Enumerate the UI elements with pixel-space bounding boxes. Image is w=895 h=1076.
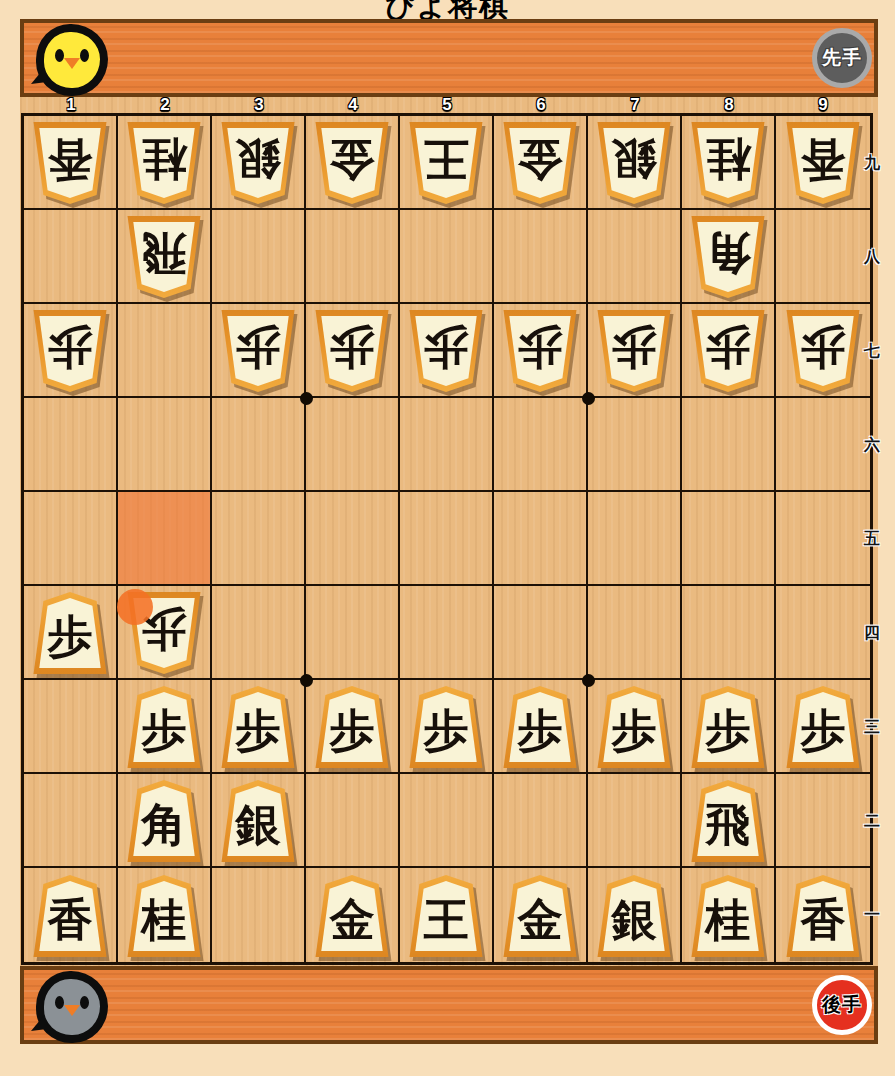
piece-kanji: 歩 (424, 702, 469, 753)
file-label: 9 (818, 95, 827, 115)
board-square[interactable] (400, 492, 494, 586)
piece-kanji: 歩 (236, 326, 281, 377)
piece-kanji: 王 (424, 891, 469, 942)
hoshi-point (582, 674, 595, 687)
shogi-piece-top[interactable]: 桂 (126, 122, 202, 204)
shogi-piece-top[interactable]: 香 (785, 122, 861, 204)
piece-kanji: 歩 (330, 702, 375, 753)
board-square[interactable]: 香 (776, 116, 870, 210)
file-labels: 123456789 (20, 97, 878, 113)
last-move-marker (117, 589, 153, 625)
piece-kanji: 歩 (48, 608, 93, 659)
board-square[interactable]: 角 (118, 774, 212, 868)
board-square[interactable] (212, 586, 306, 680)
hoshi-point (300, 674, 313, 687)
board-square[interactable]: 金 (494, 116, 588, 210)
rank-label: 六 (861, 435, 883, 456)
shogi-piece-bottom[interactable]: 角 (126, 780, 202, 862)
shogi-piece-bottom[interactable]: 銀 (220, 780, 296, 862)
app-title: ぴよ将棋 (385, 0, 510, 19)
piece-kanji: 歩 (142, 702, 187, 753)
board-square[interactable] (776, 586, 870, 680)
shogi-piece-top[interactable]: 王 (408, 122, 484, 204)
piece-kanji: 金 (518, 891, 563, 942)
board-square[interactable]: 銀 (212, 774, 306, 868)
gray-chick-avatar-icon (36, 971, 108, 1043)
board-square[interactable]: 歩 (24, 304, 118, 398)
board-square[interactable] (682, 586, 776, 680)
piece-kanji: 銀 (236, 138, 281, 189)
rank-label: 五 (861, 529, 883, 550)
board-square[interactable]: 王 (400, 116, 494, 210)
piece-kanji: 歩 (518, 702, 563, 753)
shogi-piece-bottom[interactable]: 香 (785, 875, 861, 957)
shogi-piece-bottom[interactable]: 金 (502, 875, 578, 957)
chick-eye (55, 996, 64, 1009)
board-square[interactable] (24, 680, 118, 774)
board-square[interactable]: 歩 (24, 586, 118, 680)
board-square[interactable]: 歩 (588, 304, 682, 398)
board-square[interactable] (306, 774, 400, 868)
piece-kanji: 飛 (706, 796, 751, 847)
board-square[interactable]: 桂 (118, 868, 212, 962)
file-label: 3 (254, 95, 263, 115)
board-square[interactable] (588, 774, 682, 868)
board-square[interactable]: 銀 (212, 116, 306, 210)
board-square[interactable]: 角 (682, 210, 776, 304)
shogi-piece-bottom[interactable]: 歩 (408, 686, 484, 768)
board-square[interactable] (588, 492, 682, 586)
board-square[interactable] (682, 398, 776, 492)
piece-kanji: 金 (330, 891, 375, 942)
chick-eye (80, 996, 89, 1009)
board-square[interactable] (776, 210, 870, 304)
file-label: 5 (442, 95, 451, 115)
board-square[interactable]: 歩 (494, 680, 588, 774)
board-square[interactable]: 歩 (306, 680, 400, 774)
piece-kanji: 歩 (612, 326, 657, 377)
shogi-piece-bottom[interactable]: 歩 (785, 686, 861, 768)
piece-kanji: 歩 (801, 702, 846, 753)
board-square[interactable] (776, 398, 870, 492)
board-square[interactable]: 桂 (682, 868, 776, 962)
board-square[interactable] (400, 210, 494, 304)
piece-kanji: 歩 (48, 326, 93, 377)
shogi-piece-top[interactable]: 歩 (314, 310, 390, 392)
piece-kanji: 香 (801, 138, 846, 189)
rank-label: 三 (861, 717, 883, 738)
app-title-strip: ぴよ将棋 (0, 0, 895, 19)
board-square[interactable]: 歩 (212, 680, 306, 774)
piece-kanji: 香 (48, 891, 93, 942)
piece-kanji: 歩 (706, 326, 751, 377)
shogi-piece-top[interactable]: 金 (502, 122, 578, 204)
shogi-piece-bottom[interactable]: 歩 (690, 686, 766, 768)
piece-kanji: 歩 (424, 326, 469, 377)
board-square[interactable]: 香 (24, 868, 118, 962)
board-square[interactable]: 歩 (306, 304, 400, 398)
shogi-piece-bottom[interactable]: 金 (314, 875, 390, 957)
hoshi-point (582, 392, 595, 405)
piece-kanji: 歩 (236, 702, 281, 753)
shogi-piece-bottom[interactable]: 桂 (126, 875, 202, 957)
sente-badge: 先手 (812, 28, 872, 88)
piece-kanji: 歩 (518, 326, 563, 377)
shogi-board: 123456789 香桂銀金王金銀桂香飛角歩歩歩歩歩歩歩歩歩歩歩歩歩歩歩歩歩歩角… (20, 97, 878, 966)
piece-kanji: 桂 (706, 891, 751, 942)
piece-kanji: 歩 (612, 702, 657, 753)
board-square[interactable] (776, 774, 870, 868)
board-square[interactable] (118, 492, 212, 586)
gote-badge: 後手 (812, 975, 872, 1035)
board-square[interactable]: 銀 (588, 868, 682, 962)
board-square[interactable]: 王 (400, 868, 494, 962)
top-player-bar: 先手 (20, 19, 878, 97)
board-square[interactable]: 歩 (400, 680, 494, 774)
file-label: 2 (160, 95, 169, 115)
board-square[interactable]: 歩 (682, 304, 776, 398)
chick-beak-icon (64, 58, 80, 69)
piece-kanji: 銀 (612, 138, 657, 189)
shogi-piece-top[interactable]: 桂 (690, 122, 766, 204)
board-square[interactable] (494, 210, 588, 304)
piece-kanji: 桂 (706, 138, 751, 189)
board-square[interactable]: 歩 (400, 304, 494, 398)
shogi-piece-top[interactable]: 歩 (785, 310, 861, 392)
board-square[interactable] (24, 774, 118, 868)
board-square[interactable]: 金 (494, 868, 588, 962)
board-square[interactable]: 桂 (118, 116, 212, 210)
shogi-piece-top[interactable]: 歩 (32, 310, 108, 392)
shogi-piece-bottom[interactable]: 銀 (596, 875, 672, 957)
chick-eye (80, 49, 89, 62)
piece-kanji: 王 (424, 138, 469, 189)
piece-kanji: 銀 (236, 796, 281, 847)
board-square[interactable] (118, 304, 212, 398)
board-square[interactable] (494, 774, 588, 868)
shogi-piece-top[interactable]: 銀 (596, 122, 672, 204)
board-square[interactable] (400, 586, 494, 680)
board-grid: 香桂銀金王金銀桂香飛角歩歩歩歩歩歩歩歩歩歩歩歩歩歩歩歩歩歩角銀飛香桂金王金銀桂香 (21, 113, 873, 965)
shogi-piece-bottom[interactable]: 歩 (502, 686, 578, 768)
file-label: 6 (536, 95, 545, 115)
board-square[interactable] (212, 492, 306, 586)
rank-label: 九 (861, 153, 883, 174)
board-square[interactable] (588, 398, 682, 492)
piece-kanji: 桂 (142, 891, 187, 942)
shogi-piece-top[interactable]: 歩 (596, 310, 672, 392)
board-square[interactable]: 桂 (682, 116, 776, 210)
board-square[interactable]: 金 (306, 868, 400, 962)
board-square[interactable] (588, 586, 682, 680)
board-square[interactable] (306, 586, 400, 680)
board-square[interactable]: 歩 (212, 304, 306, 398)
shogi-piece-top[interactable]: 飛 (126, 216, 202, 298)
board-square[interactable]: 歩 (682, 680, 776, 774)
shogi-piece-bottom[interactable]: 歩 (32, 592, 108, 674)
file-label: 7 (630, 95, 639, 115)
piece-kanji: 歩 (706, 702, 751, 753)
board-square[interactable]: 歩 (588, 680, 682, 774)
piece-kanji: 金 (518, 138, 563, 189)
board-square[interactable]: 金 (306, 116, 400, 210)
rank-label: 八 (861, 247, 883, 268)
board-square[interactable]: 歩 (776, 680, 870, 774)
file-label: 1 (66, 95, 75, 115)
board-square[interactable]: 銀 (588, 116, 682, 210)
board-square[interactable] (494, 492, 588, 586)
shogi-piece-top[interactable]: 歩 (220, 310, 296, 392)
chick-beak-icon (64, 1005, 80, 1016)
board-square[interactable] (118, 398, 212, 492)
board-square[interactable] (24, 210, 118, 304)
board-square[interactable] (306, 492, 400, 586)
shogi-piece-top[interactable]: 歩 (690, 310, 766, 392)
board-square[interactable] (494, 398, 588, 492)
board-square[interactable]: 歩 (494, 304, 588, 398)
shogi-piece-bottom[interactable]: 歩 (314, 686, 390, 768)
board-square[interactable]: 飛 (682, 774, 776, 868)
chick-tail (31, 68, 43, 84)
shogi-piece-top[interactable]: 角 (690, 216, 766, 298)
shogi-piece-bottom[interactable]: 桂 (690, 875, 766, 957)
board-square[interactable] (776, 492, 870, 586)
board-square[interactable] (400, 774, 494, 868)
board-square[interactable] (400, 398, 494, 492)
rank-label: 四 (861, 623, 883, 644)
shogi-piece-top[interactable]: 金 (314, 122, 390, 204)
rank-label: 二 (861, 811, 883, 832)
chick-eye (55, 49, 64, 62)
piece-kanji: 金 (330, 138, 375, 189)
piece-kanji: 香 (801, 891, 846, 942)
file-label: 4 (348, 95, 357, 115)
board-square[interactable]: 飛 (118, 210, 212, 304)
shogi-piece-top[interactable]: 銀 (220, 122, 296, 204)
piece-kanji: 桂 (142, 138, 187, 189)
board-square[interactable] (24, 398, 118, 492)
piece-kanji: 角 (142, 796, 187, 847)
piece-kanji: 香 (48, 138, 93, 189)
chick-tail (31, 1015, 43, 1031)
shogi-piece-bottom[interactable]: 歩 (220, 686, 296, 768)
rank-label: 一 (861, 905, 883, 926)
piece-kanji: 銀 (612, 891, 657, 942)
board-square[interactable]: 歩 (118, 680, 212, 774)
shogi-piece-bottom[interactable]: 王 (408, 875, 484, 957)
piece-kanji: 飛 (142, 232, 187, 283)
bottom-player-bar: 後手 (20, 966, 878, 1044)
file-label: 8 (724, 95, 733, 115)
shogi-piece-bottom[interactable]: 飛 (690, 780, 766, 862)
board-square[interactable] (306, 398, 400, 492)
shogi-piece-top[interactable]: 香 (32, 122, 108, 204)
board-square[interactable] (588, 210, 682, 304)
piece-kanji: 角 (706, 232, 751, 283)
shogi-piece-bottom[interactable]: 歩 (596, 686, 672, 768)
shogi-piece-bottom[interactable]: 歩 (126, 686, 202, 768)
board-square[interactable] (24, 492, 118, 586)
yellow-chick-avatar-icon (36, 24, 108, 96)
piece-kanji: 歩 (801, 326, 846, 377)
shogi-piece-top[interactable]: 歩 (408, 310, 484, 392)
board-square[interactable]: 香 (24, 116, 118, 210)
board-square[interactable]: 香 (776, 868, 870, 962)
board-square[interactable] (212, 398, 306, 492)
rank-label: 七 (861, 341, 883, 362)
board-square[interactable] (494, 586, 588, 680)
hoshi-point (300, 392, 313, 405)
board-square[interactable]: 歩 (776, 304, 870, 398)
shogi-piece-top[interactable]: 歩 (502, 310, 578, 392)
board-square[interactable] (212, 868, 306, 962)
piece-kanji: 歩 (330, 326, 375, 377)
shogi-piece-bottom[interactable]: 香 (32, 875, 108, 957)
board-square[interactable] (682, 492, 776, 586)
board-square[interactable] (306, 210, 400, 304)
board-square[interactable] (212, 210, 306, 304)
